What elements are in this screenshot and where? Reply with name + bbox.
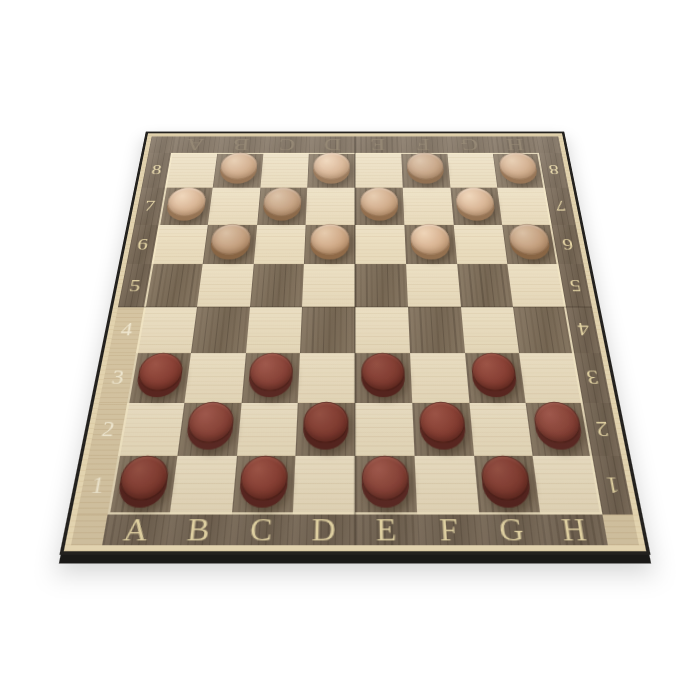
square-a7[interactable] [158,187,212,224]
square-d7[interactable] [306,187,355,224]
square-e6[interactable] [355,225,406,265]
light-checker-b6[interactable] [209,229,251,260]
square-a8[interactable] [165,153,217,188]
file-label-top-e: E [355,136,401,152]
square-b8[interactable] [212,153,263,188]
rank-label-right-text: 3 [584,367,599,388]
rank-label-right-text: 2 [594,418,610,440]
rank-label-right-text: 6 [561,236,575,253]
square-h3[interactable] [519,353,582,403]
dark-checker-h2[interactable] [533,408,585,450]
square-e5[interactable] [355,264,408,307]
border-corner-top-left [148,136,174,152]
file-label-top-text: C [278,136,295,154]
file-label-top-g: G [446,136,493,152]
rank-label-left-text: 5 [128,276,142,294]
square-h8[interactable] [493,153,545,188]
square-e4[interactable] [355,307,410,353]
square-g1[interactable] [474,456,541,514]
dark-checker-e3[interactable] [361,358,405,397]
square-b4[interactable] [191,307,250,353]
square-e8[interactable] [355,153,403,188]
square-e3[interactable] [355,353,412,403]
light-checker-h6[interactable] [508,229,552,260]
rank-label-left-text: 3 [110,367,125,388]
square-a6[interactable] [151,225,207,265]
dark-checker-c3[interactable] [248,358,294,397]
dark-checker-f2[interactable] [418,408,466,450]
square-g4[interactable] [461,307,520,353]
square-d2[interactable] [296,403,355,457]
square-h6[interactable] [502,225,558,265]
square-a4[interactable] [136,307,197,353]
file-label-top-a: A [171,136,219,152]
file-label-top-f: F [400,136,447,152]
square-d3[interactable] [298,353,355,403]
dark-checker-d2[interactable] [302,408,348,450]
light-checker-g7[interactable] [456,191,497,220]
file-label-bottom-text: A [121,513,150,546]
file-label-bottom-d: D [292,515,355,546]
square-d8[interactable] [307,153,355,188]
file-label-bottom-g: G [479,515,545,546]
square-h1[interactable] [533,456,603,514]
rank-label-right-text: 5 [568,276,582,294]
square-c4[interactable] [245,307,302,353]
file-label-bottom-text: D [311,513,336,546]
rank-label-left-text: 7 [143,198,156,213]
square-f3[interactable] [410,353,469,403]
square-f8[interactable] [401,153,450,188]
file-label-top-text: G [459,136,478,154]
square-d5[interactable] [302,264,355,307]
square-a2[interactable] [118,403,184,457]
square-a1[interactable] [108,456,178,514]
file-label-bottom-c: C [229,515,294,546]
file-label-bottom-a: A [102,515,169,546]
border-corner-bottom-right [602,515,639,546]
light-checker-e7[interactable] [360,191,398,220]
file-label-top-d: D [309,136,355,152]
square-c3[interactable] [241,353,300,403]
light-checker-d8[interactable] [313,156,350,183]
square-f2[interactable] [412,403,474,457]
square-b5[interactable] [197,264,253,307]
square-h7[interactable] [498,187,552,224]
file-label-bottom-b: B [165,515,231,546]
file-label-bottom-text: B [186,513,212,546]
square-f5[interactable] [406,264,461,307]
light-checker-f8[interactable] [406,156,444,183]
rank-label-left-text: 6 [136,236,150,253]
square-c5[interactable] [250,264,305,307]
square-c8[interactable] [260,153,309,188]
page-background: { "game": "checkers", "description": "Wo… [0,0,700,700]
square-e1[interactable] [355,456,417,514]
square-d6[interactable] [304,225,355,265]
rank-label-right-text: 4 [576,320,591,339]
file-label-top-h: H [491,136,539,152]
square-b3[interactable] [184,353,245,403]
light-checker-f6[interactable] [410,229,451,260]
rank-label-right-text: 8 [547,163,559,177]
rank-label-right-text: 7 [554,198,567,213]
square-g3[interactable] [465,353,526,403]
dark-checker-e1[interactable] [362,462,410,507]
square-e7[interactable] [355,187,404,224]
light-checker-c7[interactable] [262,191,302,220]
checkers-board: ABCDEFGH8877665544332211ABCDEFGH [59,132,650,555]
dark-checker-c1[interactable] [239,462,289,507]
square-g7[interactable] [450,187,502,224]
square-f7[interactable] [403,187,454,224]
square-a3[interactable] [127,353,190,403]
file-label-bottom-text: C [249,513,273,546]
square-f1[interactable] [414,456,478,514]
dark-checker-g3[interactable] [471,358,519,397]
rank-label-left-text: 8 [150,163,162,177]
file-label-top-text: F [416,136,431,154]
dark-checker-b2[interactable] [184,408,234,450]
square-b6[interactable] [202,225,256,265]
file-label-bottom-text: H [559,513,588,546]
light-checker-b8[interactable] [218,156,257,183]
square-d4[interactable] [300,307,355,353]
square-g2[interactable] [469,403,533,457]
square-b7[interactable] [208,187,260,224]
square-e2[interactable] [355,403,414,457]
file-label-top-text: H [505,136,525,154]
square-g8[interactable] [447,153,498,188]
file-label-top-text: B [232,136,250,154]
light-checker-h8[interactable] [498,156,539,183]
rank-label-left-text: 2 [100,418,116,440]
square-g5[interactable] [457,264,513,307]
file-label-top-text: A [185,136,205,154]
file-label-bottom-e: E [355,515,418,546]
square-b2[interactable] [177,403,241,457]
square-c1[interactable] [231,456,295,514]
square-d1[interactable] [293,456,355,514]
dark-checker-a3[interactable] [134,358,184,397]
file-label-bottom-text: F [439,513,460,546]
board-grid: ABCDEFGH8877665544332211ABCDEFGH [71,136,639,545]
file-label-bottom-f: F [417,515,482,546]
rank-label-right-7: 7 [545,187,576,224]
square-c7[interactable] [257,187,308,224]
light-checker-d6[interactable] [310,229,350,260]
file-label-bottom-text: G [498,513,526,546]
file-label-bottom-h: H [541,515,608,546]
square-f4[interactable] [408,307,465,353]
square-g6[interactable] [453,225,507,265]
file-label-top-text: E [370,136,385,154]
file-label-top-c: C [263,136,310,152]
square-h5[interactable] [508,264,566,307]
file-label-bottom-text: E [376,513,397,546]
square-h2[interactable] [526,403,592,457]
border-corner-top-right [536,136,562,152]
square-f6[interactable] [404,225,457,265]
square-h4[interactable] [513,307,574,353]
square-b1[interactable] [169,456,236,514]
square-c6[interactable] [253,225,306,265]
rank-label-left-text: 1 [89,473,106,497]
rank-label-right-text: 1 [604,473,621,497]
file-label-top-text: D [323,136,341,154]
square-c2[interactable] [236,403,298,457]
square-a5[interactable] [144,264,202,307]
rank-label-right-8: 8 [539,153,569,188]
rank-label-left-text: 4 [119,320,134,339]
dark-checker-a1[interactable] [115,462,169,507]
file-label-top-b: B [217,136,264,152]
light-checker-a7[interactable] [165,191,207,220]
dark-checker-g1[interactable] [481,462,533,507]
board-scene: ABCDEFGH8877665544332211ABCDEFGH [59,132,650,555]
